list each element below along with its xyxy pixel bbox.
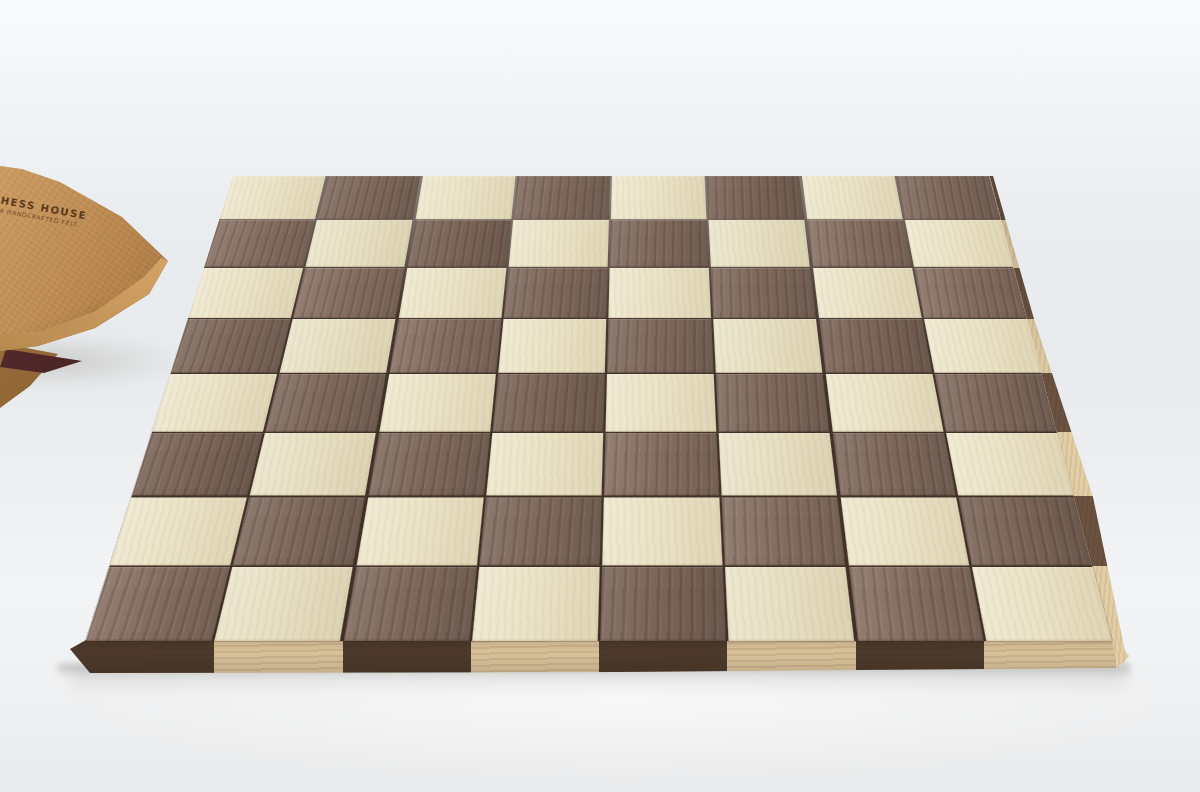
square-a4 xyxy=(152,374,277,432)
square-d1 xyxy=(472,567,600,641)
square-c6 xyxy=(398,268,506,318)
square-c7 xyxy=(407,220,511,266)
square-a2 xyxy=(110,497,247,565)
square-a6 xyxy=(188,268,303,318)
square-c3 xyxy=(368,433,489,496)
square-f8 xyxy=(707,176,805,219)
square-d4 xyxy=(492,374,604,432)
square-d6 xyxy=(503,268,607,318)
chess-board xyxy=(86,176,1112,641)
square-b2 xyxy=(233,497,365,565)
square-h7 xyxy=(905,220,1013,266)
square-e3 xyxy=(604,433,719,496)
square-c5 xyxy=(389,319,501,373)
square-d2 xyxy=(479,497,601,565)
square-g6 xyxy=(813,268,922,318)
square-a8 xyxy=(219,176,325,219)
square-a1 xyxy=(86,567,230,641)
studio-backdrop: CHESS HOUSE USA HANDCRAFTED FELT xyxy=(0,0,1200,792)
square-e5 xyxy=(607,319,713,373)
square-c1 xyxy=(343,567,476,641)
square-g2 xyxy=(840,497,968,565)
square-f2 xyxy=(722,497,845,565)
square-h6 xyxy=(914,268,1026,318)
square-g4 xyxy=(826,374,944,432)
square-f4 xyxy=(716,374,829,432)
square-e2 xyxy=(602,497,722,565)
square-f7 xyxy=(709,220,810,266)
square-h5 xyxy=(924,319,1041,373)
square-b8 xyxy=(317,176,420,219)
square-b1 xyxy=(215,567,353,641)
square-c2 xyxy=(356,497,483,565)
square-h4 xyxy=(935,374,1057,432)
square-f3 xyxy=(719,433,837,496)
square-b7 xyxy=(306,220,413,266)
square-e8 xyxy=(611,176,707,219)
square-a3 xyxy=(132,433,263,496)
square-f1 xyxy=(726,567,855,641)
square-c4 xyxy=(379,374,495,432)
square-a5 xyxy=(171,319,291,373)
square-e1 xyxy=(601,567,727,641)
square-d7 xyxy=(508,220,608,266)
square-h2 xyxy=(959,497,1092,565)
square-c8 xyxy=(415,176,515,219)
square-b5 xyxy=(280,319,396,373)
square-e6 xyxy=(609,268,712,318)
square-g5 xyxy=(819,319,932,373)
square-g8 xyxy=(802,176,903,219)
felt-cloth: CHESS HOUSE USA HANDCRAFTED FELT xyxy=(0,160,196,420)
square-g3 xyxy=(833,433,956,496)
square-b3 xyxy=(250,433,376,496)
square-d5 xyxy=(498,319,606,373)
square-d3 xyxy=(486,433,603,496)
square-f5 xyxy=(714,319,823,373)
square-e7 xyxy=(610,220,709,266)
square-b4 xyxy=(266,374,387,432)
square-h3 xyxy=(946,433,1073,496)
square-b6 xyxy=(293,268,404,318)
square-g7 xyxy=(807,220,912,266)
square-e4 xyxy=(606,374,717,432)
square-a7 xyxy=(204,220,314,266)
square-d8 xyxy=(513,176,610,219)
square-h8 xyxy=(896,176,1000,219)
square-h1 xyxy=(972,567,1112,641)
square-g1 xyxy=(849,567,983,641)
square-f6 xyxy=(711,268,816,318)
